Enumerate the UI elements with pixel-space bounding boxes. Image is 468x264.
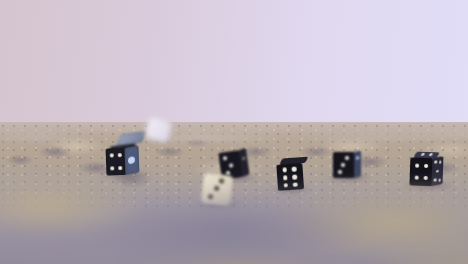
pip bbox=[341, 163, 345, 167]
black-die-three-b-right-face bbox=[354, 151, 361, 178]
dice-photo-scene bbox=[0, 0, 468, 264]
pip bbox=[415, 163, 420, 168]
pip bbox=[119, 166, 123, 170]
blurred-foreground-dunes bbox=[0, 178, 468, 264]
white-die-falling-front-face bbox=[144, 115, 174, 143]
pip bbox=[434, 160, 437, 163]
black-die-stack-bottom bbox=[106, 147, 141, 175]
black-die-three-b bbox=[333, 152, 362, 178]
black-die-stack-bottom-front-face bbox=[106, 148, 127, 176]
black-die-three-b-front-face bbox=[333, 152, 355, 178]
pip bbox=[282, 167, 287, 172]
white-die-falling bbox=[144, 115, 174, 143]
black-die-stack-bottom-right-face bbox=[125, 145, 140, 174]
pip bbox=[223, 156, 228, 161]
pip bbox=[439, 161, 442, 164]
pip bbox=[421, 153, 425, 156]
pip bbox=[292, 167, 297, 172]
pip bbox=[128, 156, 135, 164]
pip bbox=[109, 153, 113, 157]
pip bbox=[118, 153, 122, 157]
pip bbox=[110, 166, 114, 170]
pip bbox=[242, 156, 245, 160]
pip bbox=[429, 154, 433, 157]
pip bbox=[436, 170, 439, 173]
pip bbox=[424, 163, 429, 168]
pip bbox=[338, 170, 342, 174]
pip bbox=[229, 163, 234, 168]
pip bbox=[356, 156, 359, 160]
pip bbox=[345, 156, 349, 160]
